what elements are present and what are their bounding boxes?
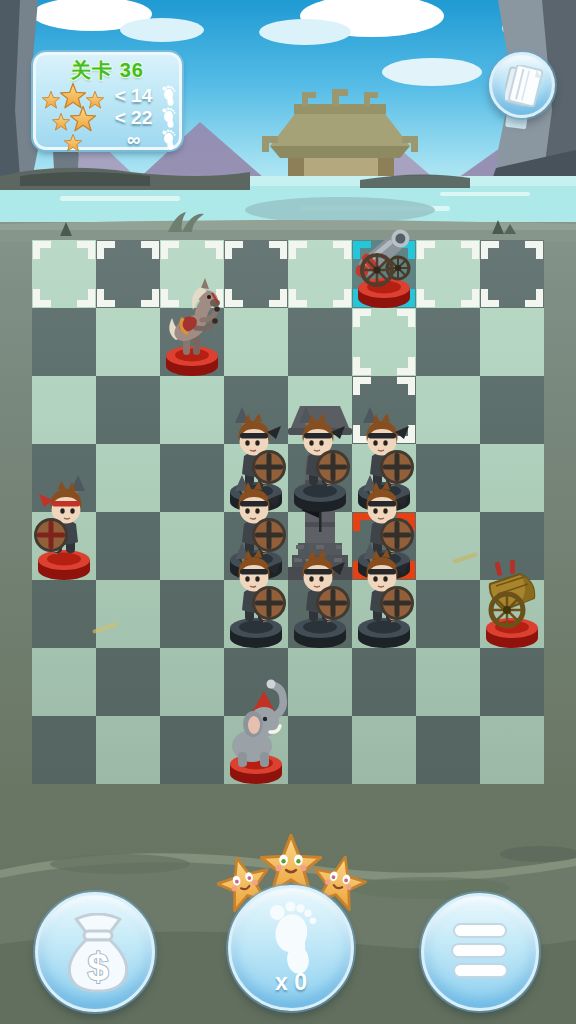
- cell-r6c7[interactable]: [480, 648, 544, 716]
- cell-r3c2[interactable]: [160, 444, 224, 512]
- piece-black-soldier-r5c5[interactable]: [352, 542, 416, 648]
- cell-r0c0[interactable]: [32, 240, 96, 308]
- steps-count: x 0: [231, 969, 351, 996]
- cell-r1c4[interactable]: [288, 308, 352, 376]
- cell-r1c5[interactable]: [352, 308, 416, 376]
- cell-r6c4[interactable]: [288, 648, 352, 716]
- piece-black-soldier-r5c4[interactable]: [288, 542, 352, 648]
- game-board: [32, 240, 544, 784]
- money-bag-icon: $: [62, 913, 134, 993]
- cell-r1c1[interactable]: [96, 308, 160, 376]
- cell-r7c1[interactable]: [96, 716, 160, 784]
- piece-red-elephant-r7c3[interactable]: [220, 672, 292, 784]
- footprint-icon: [159, 107, 179, 129]
- cell-r5c6[interactable]: [416, 580, 480, 648]
- level-panel: 关卡 36 < 14 < 22 ∞: [33, 52, 182, 150]
- cell-r3c7[interactable]: [480, 444, 544, 512]
- goal-row-1star: ∞: [42, 129, 179, 151]
- cell-r4c2[interactable]: [160, 512, 224, 580]
- cell-r5c0[interactable]: [32, 580, 96, 648]
- scroll-button[interactable]: [489, 52, 555, 118]
- piece-red-horse-r1c2[interactable]: [160, 276, 224, 376]
- cell-r4c1[interactable]: [96, 512, 160, 580]
- cell-r7c4[interactable]: [288, 716, 352, 784]
- scroll-icon: [505, 65, 545, 111]
- cell-r3c1[interactable]: [96, 444, 160, 512]
- piece-black-soldier-r5c3[interactable]: [224, 542, 288, 648]
- goal-requirement: < 22: [108, 107, 159, 129]
- cell-r6c0[interactable]: [32, 648, 96, 716]
- cell-r4c6[interactable]: [416, 512, 480, 580]
- cell-r6c1[interactable]: [96, 648, 160, 716]
- cell-r6c6[interactable]: [416, 648, 480, 716]
- svg-text:$: $: [87, 946, 108, 988]
- water: [0, 168, 576, 224]
- menu-button[interactable]: [421, 893, 539, 1011]
- cell-r7c0[interactable]: [32, 716, 96, 784]
- cell-r5c2[interactable]: [160, 580, 224, 648]
- cell-r2c7[interactable]: [480, 376, 544, 444]
- cell-r2c6[interactable]: [416, 376, 480, 444]
- game-screen: 关卡 36 < 14 < 22 ∞: [0, 0, 576, 1024]
- cell-r0c1[interactable]: [96, 240, 160, 308]
- piece-red-chariot-r5c7[interactable]: [480, 556, 544, 648]
- cell-r7c5[interactable]: [352, 716, 416, 784]
- piece-black-soldier-r3c4[interactable]: [288, 406, 352, 512]
- goal-row-2stars: < 22: [42, 107, 179, 129]
- cell-r0c3[interactable]: [224, 240, 288, 308]
- cell-r6c5[interactable]: [352, 648, 416, 716]
- goal-stars-1: [42, 127, 108, 153]
- cell-r0c7[interactable]: [480, 240, 544, 308]
- piece-red-cannon-r0c5[interactable]: [352, 212, 416, 308]
- piece-red-soldier-r4c0[interactable]: [32, 474, 96, 580]
- cell-r7c6[interactable]: [416, 716, 480, 784]
- cell-r2c0[interactable]: [32, 376, 96, 444]
- menu-icon: [450, 922, 512, 984]
- cell-r0c4[interactable]: [288, 240, 352, 308]
- cell-r1c7[interactable]: [480, 308, 544, 376]
- steps-button[interactable]: x 0: [228, 885, 354, 1011]
- goal-row-3stars: < 14: [42, 85, 179, 107]
- footprint-icon: [159, 129, 179, 151]
- cell-r0c6[interactable]: [416, 240, 480, 308]
- footprint-icon: [159, 85, 179, 107]
- level-title: 关卡 36: [36, 57, 179, 84]
- cell-r2c2[interactable]: [160, 376, 224, 444]
- cell-r7c7[interactable]: [480, 716, 544, 784]
- cell-r1c6[interactable]: [416, 308, 480, 376]
- cell-r6c2[interactable]: [160, 648, 224, 716]
- cell-r1c3[interactable]: [224, 308, 288, 376]
- cell-r5c1[interactable]: [96, 580, 160, 648]
- goal-requirement: < 14: [108, 85, 159, 107]
- footprint-icon: [261, 900, 325, 978]
- goal-requirement: ∞: [108, 129, 159, 151]
- cell-r3c6[interactable]: [416, 444, 480, 512]
- cell-r7c2[interactable]: [160, 716, 224, 784]
- cell-r2c1[interactable]: [96, 376, 160, 444]
- coins-button[interactable]: $: [35, 892, 155, 1012]
- cell-r1c0[interactable]: [32, 308, 96, 376]
